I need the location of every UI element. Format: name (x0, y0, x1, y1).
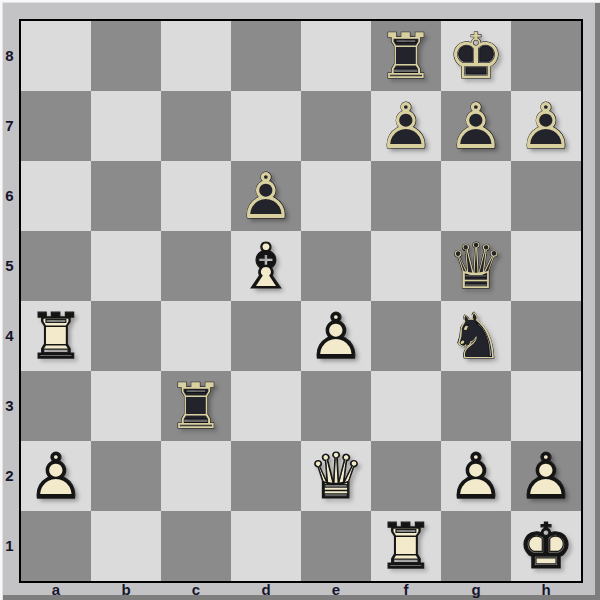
square-h2[interactable]: ♟♙ (511, 441, 581, 511)
square-e3[interactable] (301, 371, 371, 441)
piece-black-pawn[interactable]: ♟♙ (441, 91, 511, 161)
square-b6[interactable] (91, 161, 161, 231)
file-labels: abcdefgh (21, 582, 581, 598)
file-label-a: a (21, 582, 91, 598)
rank-label-3: 3 (0, 371, 19, 441)
piece-white-pawn[interactable]: ♟♙ (511, 441, 581, 511)
square-b7[interactable] (91, 91, 161, 161)
square-c1[interactable] (161, 511, 231, 581)
piece-glyph-outline: ♕ (441, 231, 511, 301)
piece-black-pawn[interactable]: ♟♙ (511, 91, 581, 161)
square-g8[interactable]: ♚♔ (441, 21, 511, 91)
square-e5[interactable] (301, 231, 371, 301)
square-b5[interactable] (91, 231, 161, 301)
piece-glyph-outline: ♙ (441, 441, 511, 511)
square-e1[interactable] (301, 511, 371, 581)
piece-glyph-outline: ♙ (231, 161, 301, 231)
square-h6[interactable] (511, 161, 581, 231)
square-h3[interactable] (511, 371, 581, 441)
piece-black-rook[interactable]: ♜♖ (371, 21, 441, 91)
square-g7[interactable]: ♟♙ (441, 91, 511, 161)
square-f1[interactable]: ♜♖ (371, 511, 441, 581)
rank-label-8: 8 (0, 21, 19, 91)
square-g1[interactable] (441, 511, 511, 581)
square-b4[interactable] (91, 301, 161, 371)
piece-white-pawn[interactable]: ♟♙ (301, 301, 371, 371)
rank-label-7: 7 (0, 91, 19, 161)
square-b1[interactable] (91, 511, 161, 581)
piece-white-queen[interactable]: ♛♕ (301, 441, 371, 511)
piece-glyph-outline: ♙ (511, 91, 581, 161)
rank-labels: 87654321 (0, 21, 19, 581)
piece-white-rook[interactable]: ♜♖ (371, 511, 441, 581)
square-g4[interactable]: ♞♘ (441, 301, 511, 371)
rank-label-2: 2 (0, 441, 19, 511)
piece-black-knight[interactable]: ♞♘ (441, 301, 511, 371)
square-d5[interactable]: ♝♗ (231, 231, 301, 301)
square-e6[interactable] (301, 161, 371, 231)
square-b3[interactable] (91, 371, 161, 441)
square-a1[interactable] (21, 511, 91, 581)
square-h8[interactable] (511, 21, 581, 91)
piece-glyph-outline: ♙ (511, 441, 581, 511)
file-label-g: g (441, 582, 511, 598)
rank-label-5: 5 (0, 231, 19, 301)
piece-white-pawn[interactable]: ♟♙ (441, 441, 511, 511)
square-c8[interactable] (161, 21, 231, 91)
square-d8[interactable] (231, 21, 301, 91)
chess-diagram-panel: 87654321 ♜♖♚♔♟♙♟♙♟♙♟♙♝♗♛♕♜♖♟♙♞♘♜♖♟♙♛♕♟♙♟… (0, 0, 600, 600)
square-g2[interactable]: ♟♙ (441, 441, 511, 511)
square-d7[interactable] (231, 91, 301, 161)
piece-glyph-outline: ♖ (371, 21, 441, 91)
piece-glyph-outline: ♖ (161, 371, 231, 441)
square-e7[interactable] (301, 91, 371, 161)
piece-white-king[interactable]: ♚♔ (511, 511, 581, 581)
square-h7[interactable]: ♟♙ (511, 91, 581, 161)
square-f2[interactable] (371, 441, 441, 511)
piece-black-pawn[interactable]: ♟♙ (231, 161, 301, 231)
square-e2[interactable]: ♛♕ (301, 441, 371, 511)
square-a7[interactable] (21, 91, 91, 161)
rank-label-1: 1 (0, 511, 19, 581)
square-d4[interactable] (231, 301, 301, 371)
square-b8[interactable] (91, 21, 161, 91)
piece-glyph-outline: ♙ (371, 91, 441, 161)
piece-black-queen[interactable]: ♛♕ (441, 231, 511, 301)
square-a5[interactable] (21, 231, 91, 301)
piece-white-rook[interactable]: ♜♖ (21, 301, 91, 371)
piece-glyph-outline: ♖ (371, 511, 441, 581)
square-a3[interactable] (21, 371, 91, 441)
piece-glyph-outline: ♔ (511, 511, 581, 581)
piece-glyph-outline: ♖ (21, 301, 91, 371)
square-f3[interactable] (371, 371, 441, 441)
square-h1[interactable]: ♚♔ (511, 511, 581, 581)
square-d1[interactable] (231, 511, 301, 581)
piece-black-pawn[interactable]: ♟♙ (371, 91, 441, 161)
file-label-c: c (161, 582, 231, 598)
square-f8[interactable]: ♜♖ (371, 21, 441, 91)
square-c5[interactable] (161, 231, 231, 301)
square-c7[interactable] (161, 91, 231, 161)
square-f4[interactable] (371, 301, 441, 371)
square-c3[interactable]: ♜♖ (161, 371, 231, 441)
file-label-e: e (301, 582, 371, 598)
piece-black-king[interactable]: ♚♔ (441, 21, 511, 91)
square-f7[interactable]: ♟♙ (371, 91, 441, 161)
square-d6[interactable]: ♟♙ (231, 161, 301, 231)
file-label-h: h (511, 582, 581, 598)
piece-glyph-outline: ♙ (21, 441, 91, 511)
square-e4[interactable]: ♟♙ (301, 301, 371, 371)
square-c6[interactable] (161, 161, 231, 231)
square-d3[interactable] (231, 371, 301, 441)
rank-label-6: 6 (0, 161, 19, 231)
square-a4[interactable]: ♜♖ (21, 301, 91, 371)
square-f6[interactable] (371, 161, 441, 231)
square-g3[interactable] (441, 371, 511, 441)
chess-board: ♜♖♚♔♟♙♟♙♟♙♟♙♝♗♛♕♜♖♟♙♞♘♜♖♟♙♛♕♟♙♟♙♜♖♚♔ (19, 19, 583, 583)
piece-white-pawn[interactable]: ♟♙ (21, 441, 91, 511)
piece-white-bishop[interactable]: ♝♗ (231, 231, 301, 301)
square-g5[interactable]: ♛♕ (441, 231, 511, 301)
piece-glyph-outline: ♙ (301, 301, 371, 371)
file-label-f: f (371, 582, 441, 598)
square-c2[interactable] (161, 441, 231, 511)
square-g6[interactable] (441, 161, 511, 231)
square-a6[interactable] (21, 161, 91, 231)
piece-glyph-outline: ♕ (301, 441, 371, 511)
square-b2[interactable] (91, 441, 161, 511)
square-a2[interactable]: ♟♙ (21, 441, 91, 511)
file-label-b: b (91, 582, 161, 598)
rank-label-4: 4 (0, 301, 19, 371)
piece-glyph-outline: ♘ (441, 301, 511, 371)
piece-glyph-outline: ♙ (441, 91, 511, 161)
piece-black-rook[interactable]: ♜♖ (161, 371, 231, 441)
piece-glyph-outline: ♗ (231, 231, 301, 301)
square-d2[interactable] (231, 441, 301, 511)
square-h4[interactable] (511, 301, 581, 371)
square-f5[interactable] (371, 231, 441, 301)
piece-glyph-outline: ♔ (441, 21, 511, 91)
square-a8[interactable] (21, 21, 91, 91)
square-h5[interactable] (511, 231, 581, 301)
square-e8[interactable] (301, 21, 371, 91)
file-label-d: d (231, 582, 301, 598)
square-c4[interactable] (161, 301, 231, 371)
